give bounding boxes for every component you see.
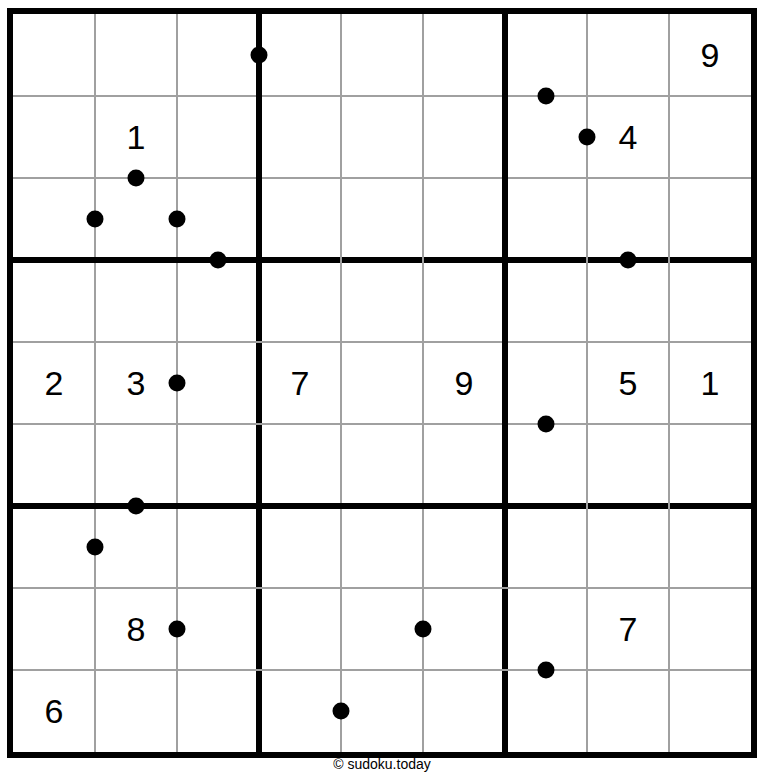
edge-dot-9 xyxy=(169,375,186,392)
edge-dot-2 xyxy=(538,88,555,105)
edge-dot-5 xyxy=(87,211,104,228)
edge-dot-13 xyxy=(169,621,186,638)
copyright-text: © sudoku.today xyxy=(7,756,757,772)
edge-dot-6 xyxy=(169,211,186,228)
edge-dot-11 xyxy=(128,498,145,515)
edge-dot-3 xyxy=(579,129,596,146)
edge-dot-7 xyxy=(210,252,227,269)
edge-dot-16 xyxy=(333,703,350,720)
edge-dot-15 xyxy=(538,662,555,679)
edge-dots xyxy=(13,14,751,752)
edge-dot-8 xyxy=(620,252,637,269)
edge-dot-14 xyxy=(415,621,432,638)
edge-dot-4 xyxy=(128,170,145,187)
edge-dot-1 xyxy=(251,47,268,64)
page: 914237951876 © sudoku.today xyxy=(0,0,767,777)
edge-dot-12 xyxy=(87,539,104,556)
sudoku-board: 914237951876 xyxy=(7,8,757,758)
edge-dot-10 xyxy=(538,416,555,433)
